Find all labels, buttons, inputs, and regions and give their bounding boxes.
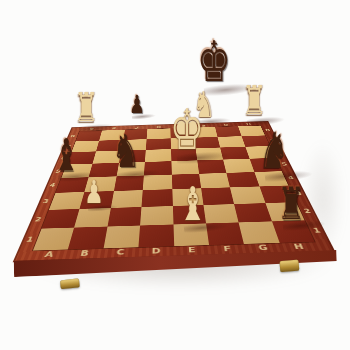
white-pawn-b3[interactable]: ♟ xyxy=(84,176,103,208)
white-rook-a7[interactable]: ♜ xyxy=(74,88,98,128)
black-knight-c4[interactable]: ♞ xyxy=(112,129,140,175)
white-king-e5[interactable]: ♚ xyxy=(170,103,204,158)
black-bishop-a4[interactable]: ♝ xyxy=(53,133,80,177)
chessboard-photo-scene: ABCDEFGH ABCDEFGH 87654321 87654321 ♚♜♟♞… xyxy=(0,0,350,350)
white-bishop-e2[interactable]: ♝ xyxy=(179,182,207,228)
black-rook-h2[interactable]: ♜ xyxy=(277,181,304,226)
black-pawn-c7[interactable]: ♟ xyxy=(129,92,144,117)
black-king-off-board[interactable]: ♚ xyxy=(197,35,231,90)
black-knight-h4[interactable]: ♞ xyxy=(259,126,290,176)
white-rook-h7[interactable]: ♜ xyxy=(242,81,266,121)
pieces-layer: ♚♜♟♞♜♚♝♞♞♟♝♜ xyxy=(0,0,350,350)
